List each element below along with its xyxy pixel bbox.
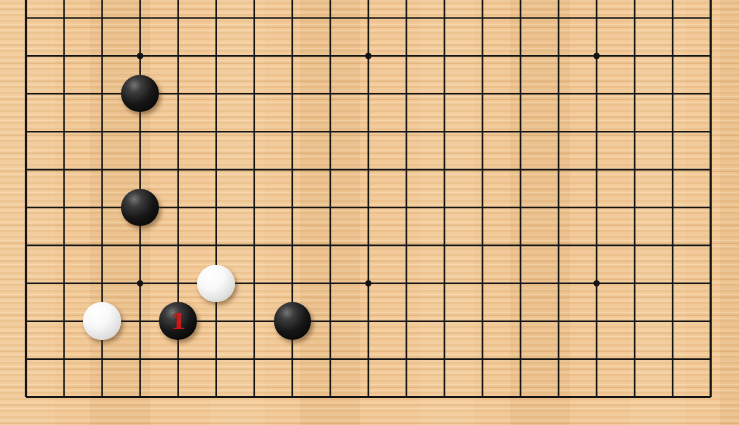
black-stone-glyph: ● bbox=[276, 303, 307, 339]
white-stone-F4[interactable]: ○ bbox=[197, 265, 234, 302]
black-stone-D6[interactable]: ● bbox=[121, 189, 158, 226]
stones-layer: ●●●1●○○ bbox=[7, 0, 730, 416]
goban[interactable]: ●●●1●○○ bbox=[0, 0, 739, 425]
black-stone-E3[interactable]: ●1 bbox=[159, 302, 196, 339]
black-stone-H3[interactable]: ● bbox=[274, 302, 311, 339]
white-stone-glyph: ○ bbox=[86, 303, 117, 339]
white-stone-C3[interactable]: ○ bbox=[83, 302, 120, 339]
black-stone-D9[interactable]: ● bbox=[121, 75, 158, 112]
black-stone-glyph: ● bbox=[124, 76, 155, 112]
black-stone-glyph: ● bbox=[124, 189, 155, 225]
move-number-label: 1 bbox=[159, 302, 196, 339]
white-stone-glyph: ○ bbox=[200, 265, 231, 301]
